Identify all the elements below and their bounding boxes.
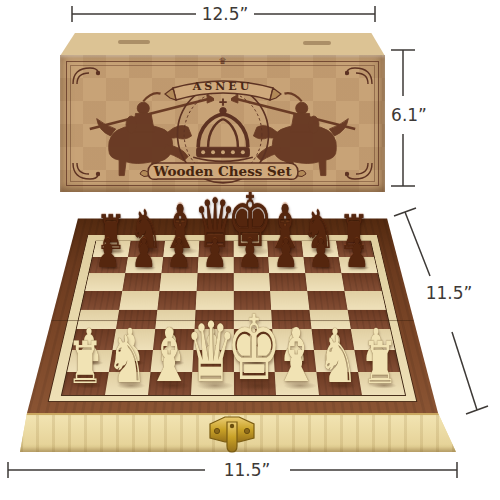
- square-e2: [233, 350, 275, 372]
- square-c1: [148, 372, 192, 395]
- square-h5: [345, 291, 386, 310]
- square-a7: [89, 257, 128, 274]
- square-e6: [233, 273, 270, 291]
- dim-box-width-label: 12.5”: [199, 4, 252, 24]
- square-c6: [159, 273, 197, 291]
- square-g3: [312, 329, 355, 350]
- square-e5: [233, 291, 271, 310]
- square-e1: [233, 372, 276, 395]
- square-a5: [81, 291, 122, 310]
- square-g7: [304, 257, 342, 274]
- product-photo: ♛: [0, 0, 500, 500]
- square-b3: [112, 329, 155, 350]
- square-b6: [122, 273, 161, 291]
- square-f5: [270, 291, 309, 310]
- square-a3: [72, 329, 116, 350]
- square-h8: [336, 241, 374, 257]
- square-a2: [67, 350, 112, 372]
- dim-board-side-label: 11.5”: [423, 283, 476, 303]
- square-e7: [233, 257, 269, 274]
- chessboard-assembly: ♜♞♝♛♚♝♞♜♟♟♟♟♟♟♟♟♟♟♟♟♟♟♟♟♜♞♝♛♚♝♞♜: [0, 0, 500, 500]
- dim-box-height-label: 6.1”: [388, 105, 430, 125]
- square-c5: [157, 291, 196, 310]
- square-e3: [233, 329, 273, 350]
- square-h2: [354, 350, 399, 372]
- square-c2: [150, 350, 193, 372]
- square-g1: [317, 372, 363, 395]
- square-b7: [125, 257, 163, 274]
- square-d7: [197, 257, 233, 274]
- brass-clasp-icon: [204, 414, 260, 462]
- square-d8: [198, 241, 233, 257]
- fold-seam: [51, 320, 414, 321]
- square-b2: [109, 350, 153, 372]
- square-a8: [93, 241, 131, 257]
- square-h7: [339, 257, 378, 274]
- square-b1: [105, 372, 150, 395]
- board-top-face: [27, 218, 438, 413]
- square-f1: [275, 372, 319, 395]
- square-g2: [314, 350, 358, 372]
- square-f8: [268, 241, 304, 257]
- square-a1: [62, 372, 109, 395]
- square-d1: [191, 372, 234, 395]
- maple-border: [48, 235, 418, 402]
- square-g5: [307, 291, 347, 310]
- square-a6: [85, 273, 125, 291]
- square-d3: [193, 329, 233, 350]
- square-f6: [269, 273, 307, 291]
- square-g6: [305, 273, 344, 291]
- square-d2: [192, 350, 234, 372]
- square-f2: [274, 350, 317, 372]
- square-c8: [163, 241, 199, 257]
- square-e8: [233, 241, 268, 257]
- square-d6: [196, 273, 233, 291]
- square-h1: [358, 372, 405, 395]
- square-g8: [302, 241, 339, 257]
- square-h6: [342, 273, 382, 291]
- square-h3: [351, 329, 395, 350]
- square-c7: [161, 257, 198, 274]
- square-f7: [268, 257, 305, 274]
- square-d5: [195, 291, 233, 310]
- dim-board-front-label: 11.5”: [221, 460, 274, 480]
- square-b5: [119, 291, 159, 310]
- chessboard-grid: [61, 241, 406, 396]
- square-f3: [273, 329, 315, 350]
- square-c3: [153, 329, 194, 350]
- square-b8: [128, 241, 165, 257]
